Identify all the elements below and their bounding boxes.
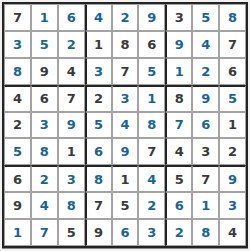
sudoku-cell-r9c6[interactable]: 3 (138, 219, 165, 246)
sudoku-app: 7164293583521869478943751264672318952395… (0, 0, 250, 251)
sudoku-cell-r3c6[interactable]: 5 (138, 58, 165, 85)
sudoku-cell-r7c6[interactable]: 4 (138, 165, 165, 192)
sudoku-cell-r5c4[interactable]: 5 (85, 112, 112, 139)
sudoku-cell-r5c2[interactable]: 3 (31, 112, 58, 139)
sudoku-board: 7164293583521869478943751264672318952395… (2, 2, 248, 248)
sudoku-cell-r2c4[interactable]: 1 (85, 31, 112, 58)
sudoku-cell-r7c7[interactable]: 5 (165, 165, 192, 192)
sudoku-cell-r4c5[interactable]: 3 (112, 85, 139, 112)
sudoku-cell-r2c2[interactable]: 5 (31, 31, 58, 58)
sudoku-cell-r8c4[interactable]: 7 (85, 192, 112, 219)
sudoku-cell-r2c8[interactable]: 4 (192, 31, 219, 58)
sudoku-cell-r8c3[interactable]: 8 (58, 192, 85, 219)
sudoku-cell-r5c7[interactable]: 7 (165, 112, 192, 139)
sudoku-cell-r8c1[interactable]: 9 (4, 192, 31, 219)
sudoku-cell-r8c8[interactable]: 1 (192, 192, 219, 219)
sudoku-cell-r2c6[interactable]: 6 (138, 31, 165, 58)
sudoku-cell-r2c9[interactable]: 7 (219, 31, 246, 58)
sudoku-cell-r4c2[interactable]: 6 (31, 85, 58, 112)
sudoku-cell-r3c4[interactable]: 3 (85, 58, 112, 85)
sudoku-cell-r1c3[interactable]: 6 (58, 4, 85, 31)
sudoku-cell-r7c2[interactable]: 2 (31, 165, 58, 192)
sudoku-cell-r4c4[interactable]: 2 (85, 85, 112, 112)
sudoku-cell-r3c8[interactable]: 2 (192, 58, 219, 85)
sudoku-cell-r8c2[interactable]: 4 (31, 192, 58, 219)
sudoku-cell-r6c9[interactable]: 2 (219, 138, 246, 165)
sudoku-cell-r8c9[interactable]: 3 (219, 192, 246, 219)
sudoku-cell-r2c1[interactable]: 3 (4, 31, 31, 58)
sudoku-cell-r1c6[interactable]: 9 (138, 4, 165, 31)
sudoku-cell-r3c7[interactable]: 1 (165, 58, 192, 85)
sudoku-cell-r4c8[interactable]: 9 (192, 85, 219, 112)
sudoku-cell-r4c9[interactable]: 5 (219, 85, 246, 112)
sudoku-cell-r9c1[interactable]: 1 (4, 219, 31, 246)
sudoku-cell-r6c4[interactable]: 6 (85, 138, 112, 165)
sudoku-cell-r7c3[interactable]: 3 (58, 165, 85, 192)
sudoku-cell-r6c6[interactable]: 7 (138, 138, 165, 165)
sudoku-cell-r8c7[interactable]: 6 (165, 192, 192, 219)
sudoku-cell-r4c6[interactable]: 1 (138, 85, 165, 112)
sudoku-cell-r3c1[interactable]: 8 (4, 58, 31, 85)
sudoku-cell-r5c3[interactable]: 9 (58, 112, 85, 139)
sudoku-cell-r1c4[interactable]: 4 (85, 4, 112, 31)
sudoku-cell-r9c5[interactable]: 6 (112, 219, 139, 246)
sudoku-cell-r8c6[interactable]: 2 (138, 192, 165, 219)
sudoku-cell-r7c8[interactable]: 7 (192, 165, 219, 192)
sudoku-cell-r3c3[interactable]: 4 (58, 58, 85, 85)
sudoku-cell-r5c9[interactable]: 1 (219, 112, 246, 139)
sudoku-cell-r7c1[interactable]: 6 (4, 165, 31, 192)
sudoku-cell-r1c5[interactable]: 2 (112, 4, 139, 31)
sudoku-cell-r4c1[interactable]: 4 (4, 85, 31, 112)
sudoku-cell-r7c9[interactable]: 9 (219, 165, 246, 192)
sudoku-cell-r6c8[interactable]: 3 (192, 138, 219, 165)
sudoku-cell-r1c1[interactable]: 7 (4, 4, 31, 31)
sudoku-cell-r9c4[interactable]: 9 (85, 219, 112, 246)
sudoku-cell-r1c2[interactable]: 1 (31, 4, 58, 31)
sudoku-cell-r9c3[interactable]: 5 (58, 219, 85, 246)
sudoku-cell-r6c1[interactable]: 5 (4, 138, 31, 165)
sudoku-cell-r3c5[interactable]: 7 (112, 58, 139, 85)
sudoku-cell-r5c8[interactable]: 6 (192, 112, 219, 139)
sudoku-cell-r5c6[interactable]: 8 (138, 112, 165, 139)
sudoku-cell-r6c5[interactable]: 9 (112, 138, 139, 165)
sudoku-cell-r6c7[interactable]: 4 (165, 138, 192, 165)
sudoku-cell-r4c7[interactable]: 8 (165, 85, 192, 112)
sudoku-cell-r7c4[interactable]: 8 (85, 165, 112, 192)
sudoku-cell-r8c5[interactable]: 5 (112, 192, 139, 219)
sudoku-cell-r1c8[interactable]: 5 (192, 4, 219, 31)
sudoku-cell-r6c2[interactable]: 8 (31, 138, 58, 165)
sudoku-cell-r1c9[interactable]: 8 (219, 4, 246, 31)
sudoku-cell-r4c3[interactable]: 7 (58, 85, 85, 112)
sudoku-cell-r1c7[interactable]: 3 (165, 4, 192, 31)
sudoku-cell-r2c5[interactable]: 8 (112, 31, 139, 58)
sudoku-cell-r3c9[interactable]: 6 (219, 58, 246, 85)
sudoku-cell-r9c9[interactable]: 4 (219, 219, 246, 246)
sudoku-cell-r5c5[interactable]: 4 (112, 112, 139, 139)
sudoku-cell-r2c3[interactable]: 2 (58, 31, 85, 58)
sudoku-cell-r6c3[interactable]: 1 (58, 138, 85, 165)
sudoku-cell-r7c5[interactable]: 1 (112, 165, 139, 192)
sudoku-cell-r9c7[interactable]: 2 (165, 219, 192, 246)
sudoku-cell-r9c2[interactable]: 7 (31, 219, 58, 246)
sudoku-cell-r9c8[interactable]: 8 (192, 219, 219, 246)
sudoku-cell-r5c1[interactable]: 2 (4, 112, 31, 139)
sudoku-cell-r3c2[interactable]: 9 (31, 58, 58, 85)
sudoku-cell-r2c7[interactable]: 9 (165, 31, 192, 58)
